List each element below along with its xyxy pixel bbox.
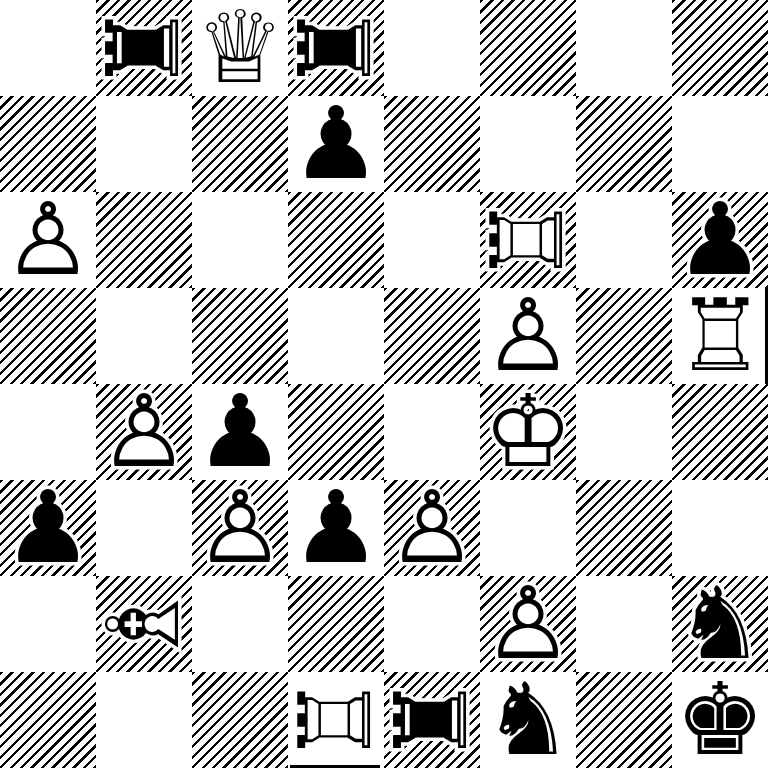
piece-black-pawn[interactable]: ♟♟ (0, 480, 96, 576)
square-e8[interactable] (384, 0, 480, 96)
piece-white-pawn[interactable]: ♟♙ (0, 192, 96, 288)
square-h1[interactable]: ♚♚ (672, 672, 768, 768)
square-e3[interactable]: ♟♙ (384, 480, 480, 576)
square-b7[interactable] (96, 96, 192, 192)
square-e1[interactable]: ♜♜ (384, 672, 480, 768)
black-pawn-glyph: ♟ (291, 96, 381, 192)
square-g1[interactable] (576, 672, 672, 768)
square-d2[interactable] (288, 576, 384, 672)
square-a8[interactable] (0, 0, 96, 96)
white-pawn-glyph: ♙ (3, 192, 93, 288)
black-rook-glyph: ♜ (288, 3, 384, 93)
square-a4[interactable] (0, 384, 96, 480)
square-g3[interactable] (576, 480, 672, 576)
square-f4[interactable]: ♚♔ (480, 384, 576, 480)
square-g7[interactable] (576, 96, 672, 192)
square-f3[interactable] (480, 480, 576, 576)
black-knight-glyph: ♞ (675, 576, 765, 672)
square-h3[interactable] (672, 480, 768, 576)
square-h8[interactable] (672, 0, 768, 96)
square-a6[interactable]: ♟♙ (0, 192, 96, 288)
square-d4[interactable] (288, 384, 384, 480)
chess-board: ♜♜♛♕♜♜♟♟♟♙♜♖♟♟♟♙♜♖♟♙♟♟♚♔♟♟♟♙♟♟♟♙♝♗♟♙♞♞♜♖… (0, 0, 768, 768)
piece-white-pawn[interactable]: ♟♙ (384, 480, 480, 576)
square-d3[interactable]: ♟♟ (288, 480, 384, 576)
square-c3[interactable]: ♟♙ (192, 480, 288, 576)
square-f2[interactable]: ♟♙ (480, 576, 576, 672)
black-pawn-glyph: ♟ (3, 480, 93, 576)
piece-black-king[interactable]: ♚♚ (672, 672, 768, 768)
square-g6[interactable] (576, 192, 672, 288)
piece-black-pawn[interactable]: ♟♟ (288, 96, 384, 192)
square-b5[interactable] (96, 288, 192, 384)
white-queen-glyph: ♕ (195, 0, 285, 96)
square-h7[interactable] (672, 96, 768, 192)
piece-black-rook[interactable]: ♜♜ (288, 0, 384, 96)
square-d1[interactable]: ♜♖ (288, 672, 384, 768)
square-b6[interactable] (96, 192, 192, 288)
white-pawn-glyph: ♙ (195, 480, 285, 576)
square-g8[interactable] (576, 0, 672, 96)
piece-white-pawn[interactable]: ♟♙ (480, 576, 576, 672)
white-pawn-glyph: ♙ (99, 384, 189, 480)
square-e6[interactable] (384, 192, 480, 288)
square-e4[interactable] (384, 384, 480, 480)
square-f1[interactable]: ♞♞ (480, 672, 576, 768)
piece-black-pawn[interactable]: ♟♟ (192, 384, 288, 480)
piece-white-rook[interactable]: ♜♖ (288, 672, 384, 768)
piece-white-king[interactable]: ♚♔ (480, 384, 576, 480)
black-knight-glyph: ♞ (483, 672, 573, 768)
white-rook-glyph: ♖ (480, 195, 576, 285)
white-pawn-glyph: ♙ (387, 480, 477, 576)
square-a3[interactable]: ♟♟ (0, 480, 96, 576)
square-d6[interactable] (288, 192, 384, 288)
square-e5[interactable] (384, 288, 480, 384)
piece-white-pawn[interactable]: ♟♙ (192, 480, 288, 576)
white-rook-glyph: ♖ (288, 675, 384, 765)
square-c4[interactable]: ♟♟ (192, 384, 288, 480)
piece-white-bishop[interactable]: ♝♗ (96, 576, 192, 672)
square-g4[interactable] (576, 384, 672, 480)
square-c6[interactable] (192, 192, 288, 288)
square-e7[interactable] (384, 96, 480, 192)
square-f5[interactable]: ♟♙ (480, 288, 576, 384)
piece-black-rook[interactable]: ♜♜ (384, 672, 480, 768)
square-g2[interactable] (576, 576, 672, 672)
piece-white-rook[interactable]: ♜♖ (480, 192, 576, 288)
square-d5[interactable] (288, 288, 384, 384)
black-pawn-glyph: ♟ (291, 480, 381, 576)
square-a1[interactable] (0, 672, 96, 768)
black-pawn-glyph: ♟ (195, 384, 285, 480)
square-a2[interactable] (0, 576, 96, 672)
square-d7[interactable]: ♟♟ (288, 96, 384, 192)
square-c1[interactable] (192, 672, 288, 768)
square-a5[interactable] (0, 288, 96, 384)
square-c8[interactable]: ♛♕ (192, 0, 288, 96)
piece-black-pawn[interactable]: ♟♟ (288, 480, 384, 576)
white-pawn-glyph: ♙ (483, 576, 573, 672)
white-bishop-glyph: ♗ (96, 579, 192, 669)
square-f6[interactable]: ♜♖ (480, 192, 576, 288)
piece-black-rook[interactable]: ♜♜ (96, 0, 192, 96)
square-b8[interactable]: ♜♜ (96, 0, 192, 96)
black-rook-glyph: ♜ (384, 675, 480, 765)
piece-white-pawn[interactable]: ♟♙ (480, 288, 576, 384)
square-b1[interactable] (96, 672, 192, 768)
square-b3[interactable] (96, 480, 192, 576)
white-rook-glyph: ♖ (675, 288, 765, 384)
square-f7[interactable] (480, 96, 576, 192)
square-a7[interactable] (0, 96, 96, 192)
white-king-glyph: ♔ (483, 384, 573, 480)
square-h5[interactable]: ♜♖ (672, 288, 768, 384)
square-b4[interactable]: ♟♙ (96, 384, 192, 480)
black-rook-glyph: ♜ (96, 3, 192, 93)
square-h6[interactable]: ♟♟ (672, 192, 768, 288)
square-e2[interactable] (384, 576, 480, 672)
white-pawn-glyph: ♙ (483, 288, 573, 384)
black-king-glyph: ♚ (675, 672, 765, 768)
square-h4[interactable] (672, 384, 768, 480)
black-pawn-glyph: ♟ (675, 192, 765, 288)
square-c2[interactable] (192, 576, 288, 672)
square-d8[interactable]: ♜♜ (288, 0, 384, 96)
square-f8[interactable] (480, 0, 576, 96)
piece-black-pawn[interactable]: ♟♟ (672, 192, 768, 288)
square-c7[interactable] (192, 96, 288, 192)
piece-white-pawn[interactable]: ♟♙ (96, 384, 192, 480)
square-b2[interactable]: ♝♗ (96, 576, 192, 672)
piece-black-knight[interactable]: ♞♞ (672, 576, 768, 672)
square-c5[interactable] (192, 288, 288, 384)
square-h2[interactable]: ♞♞ (672, 576, 768, 672)
square-g5[interactable] (576, 288, 672, 384)
piece-white-rook[interactable]: ♜♖ (672, 288, 768, 384)
piece-black-knight[interactable]: ♞♞ (480, 672, 576, 768)
piece-white-queen[interactable]: ♛♕ (192, 0, 288, 96)
